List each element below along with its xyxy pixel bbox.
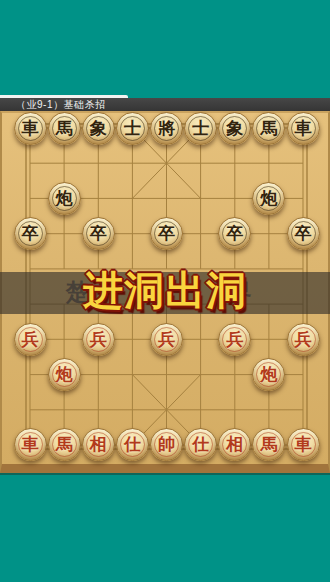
piece-character: 車 [295,436,312,453]
piece-車-red[interactable]: 車 [287,428,320,461]
piece-卒-black[interactable]: 卒 [287,217,320,250]
piece-卒-black[interactable]: 卒 [218,217,251,250]
piece-character: 兵 [226,331,243,348]
piece-character: 炮 [260,366,277,383]
piece-character: 相 [226,436,243,453]
piece-炮-black[interactable]: 炮 [252,182,285,215]
piece-帥-red[interactable]: 帥 [150,428,183,461]
piece-仕-red[interactable]: 仕 [116,428,149,461]
piece-character: 卒 [22,225,39,242]
app-screen: （业9-1）基础杀招 楚 界 进洞出洞 車馬象士將士象馬車炮炮卒卒卒卒卒兵兵兵兵… [0,0,330,582]
piece-相-red[interactable]: 相 [82,428,115,461]
piece-馬-red[interactable]: 馬 [252,428,285,461]
piece-character: 卒 [158,225,175,242]
piece-象-black[interactable]: 象 [218,112,251,145]
piece-士-black[interactable]: 士 [116,112,149,145]
piece-馬-black[interactable]: 馬 [252,112,285,145]
piece-炮-red[interactable]: 炮 [252,358,285,391]
piece-character: 馬 [260,436,277,453]
piece-character: 馬 [56,120,73,137]
piece-車-black[interactable]: 車 [287,112,320,145]
piece-仕-red[interactable]: 仕 [184,428,217,461]
piece-炮-black[interactable]: 炮 [48,182,81,215]
piece-character: 兵 [22,331,39,348]
piece-character: 兵 [295,331,312,348]
piece-character: 象 [90,120,107,137]
piece-character: 炮 [56,190,73,207]
piece-卒-black[interactable]: 卒 [82,217,115,250]
piece-兵-red[interactable]: 兵 [82,323,115,356]
piece-兵-red[interactable]: 兵 [218,323,251,356]
piece-character: 馬 [56,436,73,453]
piece-character: 卒 [295,225,312,242]
piece-character: 卒 [90,225,107,242]
piece-馬-red[interactable]: 馬 [48,428,81,461]
piece-character: 炮 [260,190,277,207]
piece-character: 相 [90,436,107,453]
piece-卒-black[interactable]: 卒 [150,217,183,250]
piece-character: 兵 [158,331,175,348]
piece-兵-red[interactable]: 兵 [287,323,320,356]
piece-炮-red[interactable]: 炮 [48,358,81,391]
piece-車-red[interactable]: 車 [14,428,47,461]
piece-character: 象 [226,120,243,137]
piece-兵-red[interactable]: 兵 [150,323,183,356]
piece-character: 兵 [90,331,107,348]
piece-character: 車 [295,120,312,137]
piece-character: 車 [22,120,39,137]
piece-象-black[interactable]: 象 [82,112,115,145]
piece-車-black[interactable]: 車 [14,112,47,145]
piece-卒-black[interactable]: 卒 [14,217,47,250]
piece-character: 士 [192,120,209,137]
piece-士-black[interactable]: 士 [184,112,217,145]
piece-character: 車 [22,436,39,453]
piece-character: 仕 [192,436,209,453]
piece-將-black[interactable]: 將 [150,112,183,145]
piece-character: 士 [124,120,141,137]
piece-character: 將 [158,120,175,137]
piece-character: 炮 [56,366,73,383]
piece-character: 卒 [226,225,243,242]
piece-character: 馬 [260,120,277,137]
piece-character: 仕 [124,436,141,453]
piece-相-red[interactable]: 相 [218,428,251,461]
piece-馬-black[interactable]: 馬 [48,112,81,145]
piece-character: 帥 [158,436,175,453]
lesson-banner-text: 进洞出洞 [83,263,247,318]
piece-兵-red[interactable]: 兵 [14,323,47,356]
